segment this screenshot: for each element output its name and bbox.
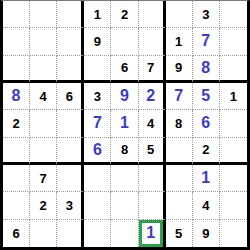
cell-r3c9[interactable] [220,56,247,83]
cell-r3c4[interactable] [84,56,111,83]
cell-r6c2[interactable] [30,138,57,165]
cell-r8c4[interactable] [84,192,111,219]
cell-r3c5[interactable]: 6 [111,56,138,83]
cell-r8c1[interactable] [3,192,30,219]
cell-r4c9[interactable]: 1 [220,83,247,110]
cell-r8c5[interactable] [111,192,138,219]
cell-r2c9[interactable] [220,28,247,55]
cell-r7c2[interactable]: 7 [30,165,57,192]
cell-r9c1[interactable]: 6 [3,220,30,247]
cell-r5c4[interactable]: 7 [84,110,111,137]
cell-r2c1[interactable] [3,28,30,55]
cell-r1c7[interactable] [166,1,193,28]
cell-r7c8[interactable]: 1 [193,165,220,192]
cell-r6c9[interactable] [220,138,247,165]
cell-r5c1[interactable]: 2 [3,110,30,137]
cell-r2c5[interactable] [111,28,138,55]
cell-r9c6[interactable]: 1 [139,220,166,247]
cell-r8c8[interactable]: 4 [193,192,220,219]
cell-r6c4[interactable]: 6 [84,138,111,165]
cell-r5c8[interactable]: 6 [193,110,220,137]
cell-r7c7[interactable] [166,165,193,192]
cell-r1c1[interactable] [3,1,30,28]
cell-r3c7[interactable]: 9 [166,56,193,83]
cell-r5c6[interactable]: 4 [139,110,166,137]
cell-r1c8[interactable]: 3 [193,1,220,28]
cell-r1c3[interactable] [57,1,84,28]
cell-r7c9[interactable] [220,165,247,192]
sudoku-board: 12391767988463927512714866852712346159 [0,0,250,250]
cell-r3c6[interactable]: 7 [139,56,166,83]
cell-r2c3[interactable] [57,28,84,55]
cell-r4c8[interactable]: 5 [193,83,220,110]
cell-r7c1[interactable] [3,165,30,192]
cell-r1c2[interactable] [30,1,57,28]
cell-r1c6[interactable] [139,1,166,28]
cell-r1c4[interactable]: 1 [84,1,111,28]
cell-r3c8[interactable]: 8 [193,56,220,83]
cell-r8c6[interactable] [139,192,166,219]
cell-r8c2[interactable]: 2 [30,192,57,219]
cell-r4c7[interactable]: 7 [166,83,193,110]
cell-r8c9[interactable] [220,192,247,219]
cell-r9c9[interactable] [220,220,247,247]
cell-r5c7[interactable]: 8 [166,110,193,137]
cell-r9c4[interactable] [84,220,111,247]
cell-r1c9[interactable] [220,1,247,28]
cell-r2c2[interactable] [30,28,57,55]
cell-r9c8[interactable]: 9 [193,220,220,247]
cell-r6c7[interactable] [166,138,193,165]
cell-r6c6[interactable]: 5 [139,138,166,165]
cell-r8c7[interactable] [166,192,193,219]
cell-r9c7[interactable]: 5 [166,220,193,247]
cell-r9c5[interactable] [111,220,138,247]
cell-r5c5[interactable]: 1 [111,110,138,137]
cell-r6c8[interactable]: 2 [193,138,220,165]
cell-r3c2[interactable] [30,56,57,83]
cell-r4c1[interactable]: 8 [3,83,30,110]
cell-r2c7[interactable]: 1 [166,28,193,55]
cell-r9c2[interactable] [30,220,57,247]
cell-r6c1[interactable] [3,138,30,165]
cell-r2c6[interactable] [139,28,166,55]
cell-r2c4[interactable]: 9 [84,28,111,55]
cell-r7c6[interactable] [139,165,166,192]
cell-r7c3[interactable] [57,165,84,192]
cell-r4c4[interactable]: 3 [84,83,111,110]
cell-r5c9[interactable] [220,110,247,137]
cell-r4c6[interactable]: 2 [139,83,166,110]
cell-r7c4[interactable] [84,165,111,192]
cell-r7c5[interactable] [111,165,138,192]
cell-r8c3[interactable]: 3 [57,192,84,219]
cell-r2c8[interactable]: 7 [193,28,220,55]
cell-r4c3[interactable]: 6 [57,83,84,110]
cell-r6c3[interactable] [57,138,84,165]
cell-r3c1[interactable] [3,56,30,83]
cell-r4c2[interactable]: 4 [30,83,57,110]
cell-r6c5[interactable]: 8 [111,138,138,165]
cell-r4c5[interactable]: 9 [111,83,138,110]
cell-r3c3[interactable] [57,56,84,83]
cell-r5c2[interactable] [30,110,57,137]
cell-r1c5[interactable]: 2 [111,1,138,28]
cell-r9c3[interactable] [57,220,84,247]
cell-r5c3[interactable] [57,110,84,137]
